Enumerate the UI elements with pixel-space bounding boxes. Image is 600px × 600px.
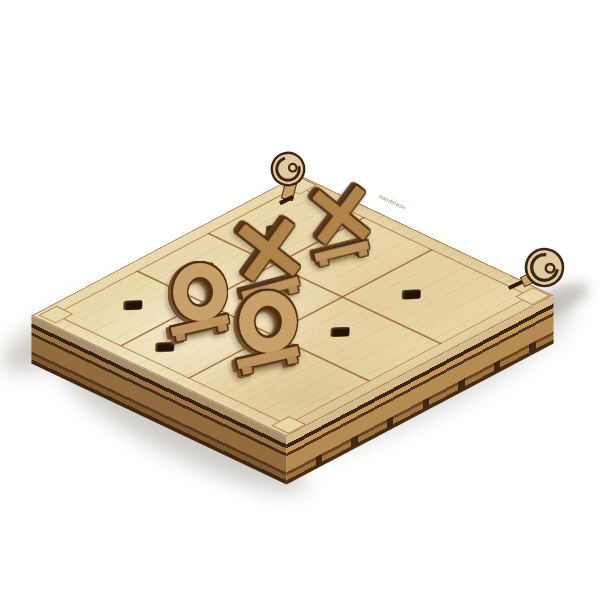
piece-o[interactable]	[228, 276, 307, 370]
piece-x[interactable]	[306, 179, 377, 263]
product-photo: handmade	[0, 0, 600, 600]
pieces-layer	[0, 0, 600, 600]
piece-o[interactable]	[163, 249, 237, 337]
